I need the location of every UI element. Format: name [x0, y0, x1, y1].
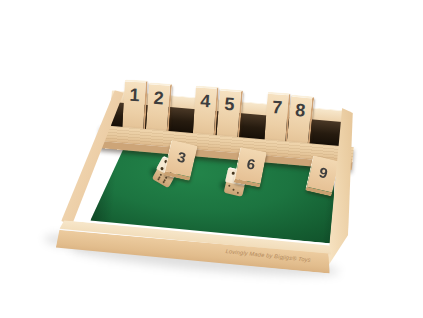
shut-the-box-product-photo: 1 2 3 4 5 6 7 8 9: [0, 0, 423, 318]
tile-number: 9: [318, 164, 330, 182]
tile-number: 7: [271, 97, 282, 119]
tile-number: 1: [129, 85, 140, 106]
die-pip: [163, 181, 166, 184]
tile-number: 8: [295, 100, 307, 122]
die-pip: [229, 185, 231, 187]
die-pip: [157, 178, 160, 181]
die-pip: [236, 191, 238, 193]
shut-the-box-board: 1 2 3 4 5 6 7 8 9: [37, 37, 367, 285]
tile-number: 2: [153, 88, 164, 110]
tile-number: 5: [224, 94, 236, 116]
tile-number: 3: [175, 148, 187, 166]
tile-number: 6: [245, 155, 256, 172]
tile-number: 4: [200, 91, 211, 113]
die-pip: [232, 188, 234, 190]
